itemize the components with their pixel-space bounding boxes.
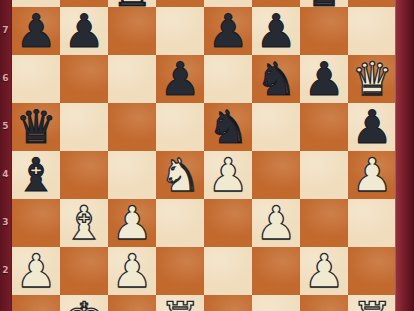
square-d5[interactable] [156,103,204,151]
square-c4[interactable] [108,151,156,199]
square-d4[interactable]: ♞ [156,151,204,199]
square-c2[interactable]: ♟ [108,247,156,295]
square-h5[interactable]: ♟ [348,103,396,151]
square-g6[interactable]: ♟ [300,55,348,103]
square-c8[interactable]: ♜ [108,0,156,7]
rank-label-6: 6 [0,73,11,83]
square-e3[interactable] [204,199,252,247]
white-pawn-g2[interactable]: ♟ [300,247,348,295]
square-e2[interactable] [204,247,252,295]
black-knight-f6[interactable]: ♞ [252,55,300,103]
square-b4[interactable] [60,151,108,199]
black-pawn-a7[interactable]: ♟ [12,7,60,55]
black-bishop-a4[interactable]: ♝ [12,151,60,199]
square-b3[interactable]: ♝ [60,199,108,247]
square-g4[interactable] [300,151,348,199]
square-d3[interactable] [156,199,204,247]
square-h4[interactable]: ♟ [348,151,396,199]
black-pawn-e7[interactable]: ♟ [204,7,252,55]
square-b1[interactable]: ♚ [60,295,108,311]
square-a4[interactable]: ♝ [12,151,60,199]
square-f3[interactable]: ♟ [252,199,300,247]
square-h3[interactable] [348,199,396,247]
square-e5[interactable]: ♞ [204,103,252,151]
square-e1[interactable] [204,295,252,311]
square-c3[interactable]: ♟ [108,199,156,247]
square-a1[interactable] [12,295,60,311]
square-f7[interactable]: ♟ [252,7,300,55]
square-a5[interactable]: ♛ [12,103,60,151]
rank-label-7: 7 [0,25,11,35]
square-b5[interactable] [60,103,108,151]
square-c7[interactable] [108,7,156,55]
white-pawn-f3[interactable]: ♟ [252,199,300,247]
rank-label-5: 5 [0,121,11,131]
square-h7[interactable] [348,7,396,55]
square-a3[interactable] [12,199,60,247]
white-queen-h6[interactable]: ♛ [348,55,396,103]
square-g8[interactable]: ♚ [300,0,348,7]
square-f2[interactable] [252,247,300,295]
square-g7[interactable] [300,7,348,55]
white-knight-d4[interactable]: ♞ [156,151,204,199]
black-pawn-g6[interactable]: ♟ [300,55,348,103]
board-frame-right [395,0,414,311]
black-knight-e5[interactable]: ♞ [204,103,252,151]
black-pawn-d6[interactable]: ♟ [156,55,204,103]
square-g1[interactable] [300,295,348,311]
square-c5[interactable] [108,103,156,151]
square-h8[interactable] [348,0,396,7]
white-pawn-e4[interactable]: ♟ [204,151,252,199]
white-pawn-h4[interactable]: ♟ [348,151,396,199]
square-h2[interactable] [348,247,396,295]
square-a7[interactable]: ♟ [12,7,60,55]
square-g3[interactable] [300,199,348,247]
square-d1[interactable]: ♜ [156,295,204,311]
black-pawn-b7[interactable]: ♟ [60,7,108,55]
square-d6[interactable]: ♟ [156,55,204,103]
white-pawn-c2[interactable]: ♟ [108,247,156,295]
white-rook-h1[interactable]: ♜ [348,295,396,311]
chess-board-screenshot: ♜♚♟♟♟♟♟♞♟♛♛♞♟♝♞♟♟♝♟♟♟♟♟♚♜♜ 87654321 [0,0,414,311]
square-f6[interactable]: ♞ [252,55,300,103]
square-d2[interactable] [156,247,204,295]
square-d8[interactable] [156,0,204,7]
square-f5[interactable] [252,103,300,151]
square-d7[interactable] [156,7,204,55]
square-a6[interactable] [12,55,60,103]
square-e7[interactable]: ♟ [204,7,252,55]
square-a2[interactable]: ♟ [12,247,60,295]
square-e6[interactable] [204,55,252,103]
square-g5[interactable] [300,103,348,151]
rank-label-2: 2 [0,265,11,275]
rank-label-3: 3 [0,217,11,227]
black-pawn-h5[interactable]: ♟ [348,103,396,151]
square-g2[interactable]: ♟ [300,247,348,295]
black-pawn-f7[interactable]: ♟ [252,7,300,55]
square-b6[interactable] [60,55,108,103]
square-f4[interactable] [252,151,300,199]
white-king-b1[interactable]: ♚ [60,295,108,311]
square-f1[interactable] [252,295,300,311]
square-h1[interactable]: ♜ [348,295,396,311]
white-bishop-b3[interactable]: ♝ [60,199,108,247]
square-b7[interactable]: ♟ [60,7,108,55]
white-rook-d1[interactable]: ♜ [156,295,204,311]
white-pawn-c3[interactable]: ♟ [108,199,156,247]
chess-board[interactable]: ♜♚♟♟♟♟♟♞♟♛♛♞♟♝♞♟♟♝♟♟♟♟♟♚♜♜ [12,0,396,311]
white-pawn-a2[interactable]: ♟ [12,247,60,295]
rank-label-4: 4 [0,169,11,179]
black-queen-a5[interactable]: ♛ [12,103,60,151]
square-c1[interactable] [108,295,156,311]
square-h6[interactable]: ♛ [348,55,396,103]
square-e4[interactable]: ♟ [204,151,252,199]
square-c6[interactable] [108,55,156,103]
square-b2[interactable] [60,247,108,295]
